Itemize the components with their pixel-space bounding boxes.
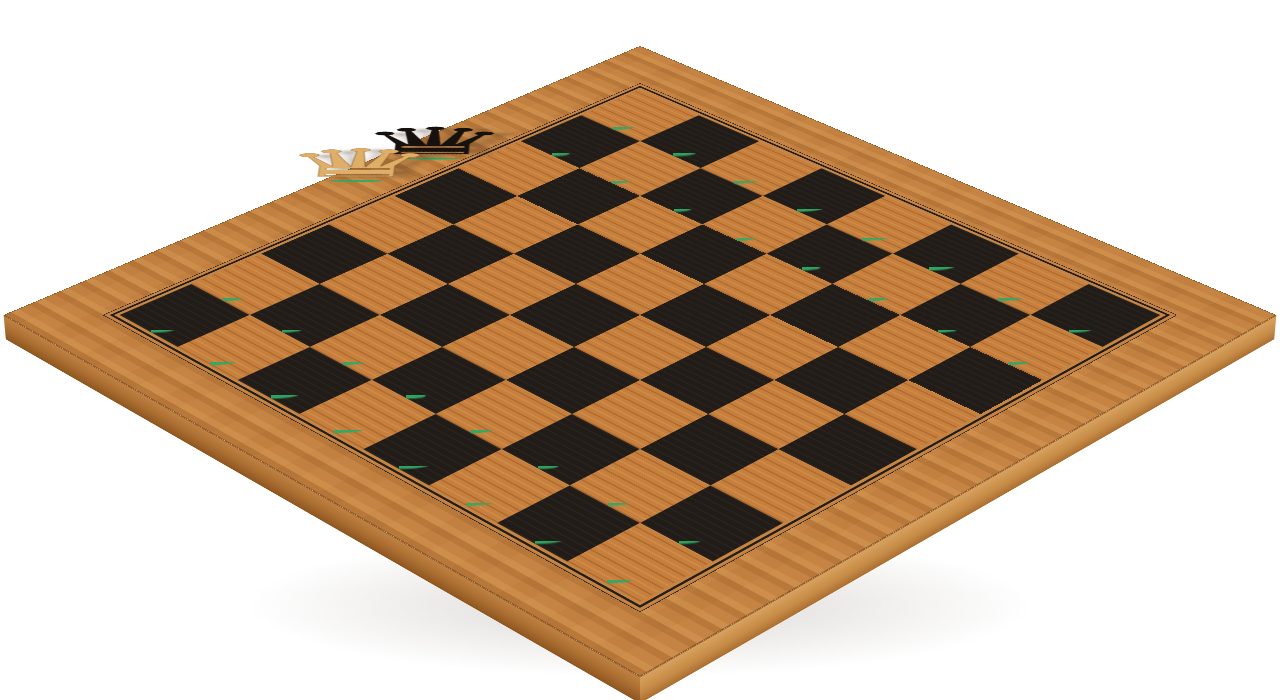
chess-board-frame: ♜♞♝♛♚♝♞♜♟♟♟♟♟♟♟♟♟♟♟♟♟♟♟♟♜♞♝♛♚♝♞♜ ♛♛	[4, 46, 1277, 677]
queen-glyph: ♛	[275, 146, 440, 182]
chess-set-product-photo: ♜♞♝♛♚♝♞♜♟♟♟♟♟♟♟♟♟♟♟♟♟♟♟♟♜♞♝♛♚♝♞♜ ♛♛	[0, 0, 1280, 700]
perspective-camera-wrapper: ♜♞♝♛♚♝♞♜♟♟♟♟♟♟♟♟♟♟♟♟♟♟♟♟♜♞♝♛♚♝♞♜ ♛♛	[0, 0, 1280, 700]
chess-board-grid: ♜♞♝♛♚♝♞♜♟♟♟♟♟♟♟♟♟♟♟♟♟♟♟♟♜♞♝♛♚♝♞♜	[120, 90, 1161, 602]
square-d5[interactable]	[576, 254, 704, 315]
rook-glyph: ♜	[531, 424, 682, 579]
pawn-glyph: ♟	[953, 247, 1065, 362]
